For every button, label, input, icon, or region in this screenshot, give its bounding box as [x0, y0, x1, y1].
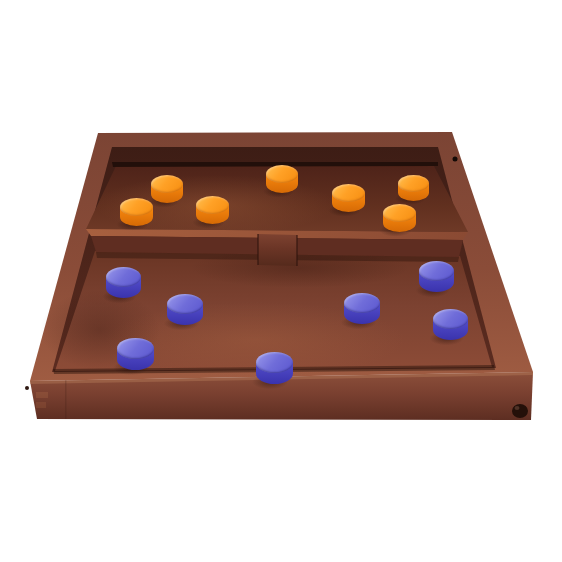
puck-orange-3[interactable]: [196, 196, 229, 224]
puck-orange-6[interactable]: [398, 175, 429, 201]
puck-top: [117, 338, 154, 359]
puck-blue-7[interactable]: [433, 309, 468, 340]
puck-orange-7[interactable]: [383, 204, 416, 232]
puck-top: [167, 294, 203, 314]
puck-orange-4[interactable]: [266, 165, 298, 193]
pucks-layer: [0, 0, 562, 562]
puck-blue-6[interactable]: [419, 261, 454, 292]
puck-orange-2[interactable]: [120, 198, 153, 226]
puck-top: [332, 184, 365, 202]
puck-top: [120, 198, 153, 216]
puck-blue-3[interactable]: [117, 338, 154, 370]
puck-top: [106, 267, 141, 287]
sling-puck-board-photo: [0, 0, 562, 562]
puck-top: [196, 196, 229, 214]
puck-blue-4[interactable]: [256, 352, 293, 384]
puck-top: [256, 352, 293, 373]
puck-top: [433, 309, 468, 329]
puck-top: [383, 204, 416, 222]
puck-blue-5[interactable]: [344, 293, 380, 324]
puck-blue-1[interactable]: [106, 267, 141, 298]
puck-top: [344, 293, 380, 313]
puck-orange-5[interactable]: [332, 184, 365, 212]
puck-orange-1[interactable]: [151, 175, 183, 203]
puck-blue-2[interactable]: [167, 294, 203, 325]
puck-top: [266, 165, 298, 183]
puck-top: [419, 261, 454, 281]
puck-top: [151, 175, 183, 193]
puck-top: [398, 175, 429, 192]
